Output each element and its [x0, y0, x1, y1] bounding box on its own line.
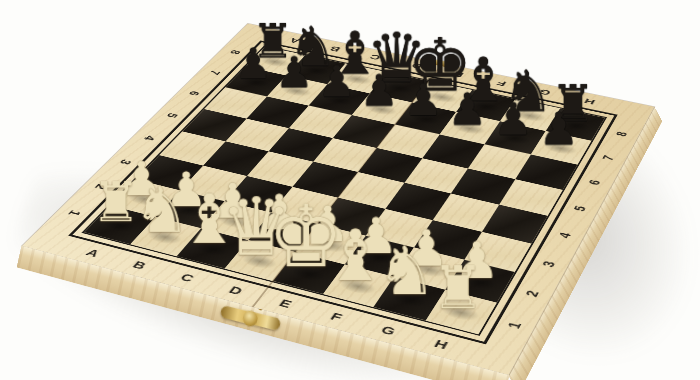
piece-black-pawn-f7: ♟ — [448, 89, 488, 131]
piece-white-rook-h1: ♜ — [432, 261, 485, 317]
piece-black-pawn-e7: ♟ — [403, 80, 442, 122]
piece-black-pawn-a7: ♟ — [234, 44, 272, 84]
piece-black-pawn-h7: ♟ — [539, 108, 579, 151]
photo-stage: ABCDEFGH ABCDEFGH 87654321 87654321 ♜♞♝♛… — [0, 0, 700, 380]
piece-black-pawn-b7: ♟ — [275, 53, 313, 94]
piece-black-pawn-c7: ♟ — [317, 62, 356, 103]
piece-white-knight-g1: ♞ — [376, 239, 436, 303]
piece-black-pawn-d7: ♟ — [360, 71, 399, 112]
piece-black-pawn-g7: ♟ — [493, 99, 533, 141]
clasp-pin — [259, 301, 264, 311]
